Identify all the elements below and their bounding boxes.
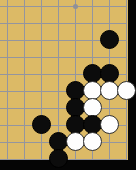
intersection-O1[interactable] [33, 150, 50, 167]
intersection-T10[interactable] [118, 0, 135, 14]
intersection-R7[interactable] [84, 48, 101, 65]
intersection-R1[interactable] [84, 150, 101, 167]
intersection-N3[interactable] [16, 116, 33, 133]
intersection-P4[interactable] [50, 99, 67, 116]
white-stone-T5[interactable] [117, 81, 136, 100]
intersection-S1[interactable] [101, 150, 118, 167]
intersection-O10[interactable] [33, 0, 50, 14]
intersection-Q2[interactable] [67, 133, 84, 150]
black-stone-P1[interactable] [49, 149, 68, 168]
intersection-N9[interactable] [16, 14, 33, 31]
intersection-T9[interactable] [118, 14, 135, 31]
black-stone-S8[interactable] [100, 30, 119, 49]
intersection-Q10[interactable] [67, 0, 84, 14]
intersection-T4[interactable] [118, 99, 135, 116]
intersection-N7[interactable] [16, 48, 33, 65]
intersection-R8[interactable] [84, 31, 101, 48]
intersection-P2[interactable] [50, 133, 67, 150]
intersection-P7[interactable] [50, 48, 67, 65]
intersection-P3[interactable] [50, 116, 67, 133]
intersection-O5[interactable] [33, 82, 50, 99]
intersection-P1[interactable] [50, 150, 67, 167]
intersection-N6[interactable] [16, 65, 33, 82]
intersection-S7[interactable] [101, 48, 118, 65]
intersection-M2[interactable] [0, 133, 16, 150]
intersection-T7[interactable] [118, 48, 135, 65]
intersection-N4[interactable] [16, 99, 33, 116]
intersection-Q9[interactable] [67, 14, 84, 31]
intersection-P9[interactable] [50, 14, 67, 31]
intersection-T1[interactable] [118, 150, 135, 167]
intersection-R2[interactable] [84, 133, 101, 150]
intersection-O7[interactable] [33, 48, 50, 65]
intersection-T6[interactable] [118, 65, 135, 82]
intersection-M5[interactable] [0, 82, 16, 99]
intersection-P6[interactable] [50, 65, 67, 82]
go-board[interactable] [0, 0, 136, 170]
intersection-R9[interactable] [84, 14, 101, 31]
intersection-N1[interactable] [16, 150, 33, 167]
intersection-Q1[interactable] [67, 150, 84, 167]
go-app-screenshot [0, 0, 136, 170]
intersection-S2[interactable] [101, 133, 118, 150]
intersection-P10[interactable] [50, 0, 67, 14]
intersection-M6[interactable] [0, 65, 16, 82]
intersection-R10[interactable] [84, 0, 101, 14]
intersection-Q4[interactable] [67, 99, 84, 116]
intersection-T2[interactable] [118, 133, 135, 150]
intersection-O4[interactable] [33, 99, 50, 116]
intersection-M8[interactable] [0, 31, 16, 48]
intersection-M1[interactable] [0, 150, 16, 167]
intersection-R5[interactable] [84, 82, 101, 99]
intersection-N2[interactable] [16, 133, 33, 150]
intersection-M10[interactable] [0, 0, 16, 14]
intersection-R4[interactable] [84, 99, 101, 116]
intersection-S8[interactable] [101, 31, 118, 48]
intersection-S6[interactable] [101, 65, 118, 82]
intersection-R3[interactable] [84, 116, 101, 133]
intersection-S9[interactable] [101, 14, 118, 31]
intersection-Q7[interactable] [67, 48, 84, 65]
intersection-S10[interactable] [101, 0, 118, 14]
intersection-Q8[interactable] [67, 31, 84, 48]
intersection-Q3[interactable] [67, 116, 84, 133]
black-stone-O3[interactable] [32, 115, 51, 134]
intersection-N5[interactable] [16, 82, 33, 99]
intersection-O2[interactable] [33, 133, 50, 150]
intersection-S3[interactable] [101, 116, 118, 133]
intersection-P8[interactable] [50, 31, 67, 48]
intersection-T8[interactable] [118, 31, 135, 48]
intersection-O8[interactable] [33, 31, 50, 48]
intersection-M9[interactable] [0, 14, 16, 31]
white-stone-R2[interactable] [83, 132, 102, 151]
intersection-T3[interactable] [118, 116, 135, 133]
intersection-P5[interactable] [50, 82, 67, 99]
intersection-S4[interactable] [101, 99, 118, 116]
intersection-N8[interactable] [16, 31, 33, 48]
intersection-T5[interactable] [118, 82, 135, 99]
intersection-O9[interactable] [33, 14, 50, 31]
intersection-M4[interactable] [0, 99, 16, 116]
intersection-Q5[interactable] [67, 82, 84, 99]
intersection-O3[interactable] [33, 116, 50, 133]
intersection-N10[interactable] [16, 0, 33, 14]
intersection-S5[interactable] [101, 82, 118, 99]
white-stone-S3[interactable] [100, 115, 119, 134]
intersection-Q6[interactable] [67, 65, 84, 82]
intersection-O6[interactable] [33, 65, 50, 82]
intersection-M3[interactable] [0, 116, 16, 133]
intersection-R6[interactable] [84, 65, 101, 82]
intersection-grid[interactable] [0, 0, 135, 167]
intersection-M7[interactable] [0, 48, 16, 65]
